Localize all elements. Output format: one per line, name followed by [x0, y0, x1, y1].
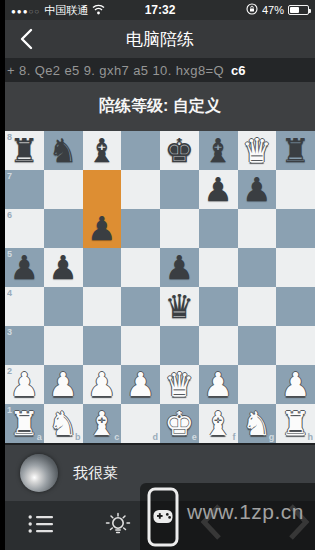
piece-white-pawn: ♟	[83, 365, 122, 404]
square-a7[interactable]: 7	[5, 170, 44, 209]
square-c5[interactable]	[83, 248, 122, 287]
lightbulb-icon	[103, 509, 133, 543]
square-f2[interactable]: ♟	[199, 365, 238, 404]
piece-black-pawn: ♟	[44, 248, 83, 287]
square-b3[interactable]	[44, 326, 83, 365]
square-e7[interactable]	[160, 170, 199, 209]
piece-black-bishop: ♝	[199, 131, 238, 170]
square-d5[interactable]	[121, 248, 160, 287]
rank-label-6: 6	[7, 211, 12, 220]
piece-white-bishop: ♝	[83, 404, 122, 443]
nav-bar: 电脑陪练	[5, 20, 315, 58]
square-d1[interactable]: d	[121, 404, 160, 443]
square-d7[interactable]	[121, 170, 160, 209]
player-name: 我很菜	[73, 464, 118, 483]
carrier-label: 中国联通	[44, 3, 88, 18]
square-e4[interactable]: ♛	[160, 287, 199, 326]
status-bar: ●●●○○ 中国联通 17:32 47%	[5, 0, 315, 20]
square-f8[interactable]: ♝	[199, 131, 238, 170]
square-f7[interactable]: ♟	[199, 170, 238, 209]
square-e3[interactable]	[160, 326, 199, 365]
square-e5[interactable]: ♟	[160, 248, 199, 287]
hint-button[interactable]	[98, 501, 138, 550]
square-e6[interactable]	[160, 209, 199, 248]
piece-black-rook: ♜	[276, 131, 315, 170]
square-g5[interactable]	[238, 248, 277, 287]
square-g1[interactable]: g♞	[238, 404, 277, 443]
piece-white-pawn: ♟	[5, 365, 44, 404]
piece-white-pawn: ♟	[276, 365, 315, 404]
square-h2[interactable]: ♟	[276, 365, 315, 404]
piece-black-bishop: ♝	[83, 131, 122, 170]
level-label: 陪练等级: 自定义	[99, 96, 221, 117]
app-screen: ●●●○○ 中国联通 17:32 47% 电脑陪练 + 8. Qe2 e5 9.…	[5, 0, 315, 550]
square-b4[interactable]	[44, 287, 83, 326]
square-b8[interactable]: ♞	[44, 131, 83, 170]
battery-percent-label: 47%	[262, 4, 284, 16]
square-b1[interactable]: b♞	[44, 404, 83, 443]
current-move: c6	[231, 63, 245, 78]
back-button[interactable]	[13, 26, 39, 52]
square-a8[interactable]: 8♜	[5, 131, 44, 170]
piece-white-king: ♚	[160, 404, 199, 443]
piece-white-pawn: ♟	[121, 365, 160, 404]
square-c2[interactable]: ♟	[83, 365, 122, 404]
square-h4[interactable]	[276, 287, 315, 326]
square-a1[interactable]: 1a♜	[5, 404, 44, 443]
piece-black-pawn: ♟	[199, 170, 238, 209]
square-a3[interactable]: 3	[5, 326, 44, 365]
square-a5[interactable]: 5♟	[5, 248, 44, 287]
square-b6[interactable]	[44, 209, 83, 248]
move-list[interactable]: + 8. Qe2 e5 9. gxh7 a5 10. hxg8=Q c6	[5, 58, 315, 82]
signal-strength-icon: ●●●○○	[11, 4, 40, 16]
square-c3[interactable]	[83, 326, 122, 365]
watermark-text: www.1zp.cn	[187, 500, 315, 524]
square-e2[interactable]: ♛	[160, 365, 199, 404]
square-d4[interactable]	[121, 287, 160, 326]
square-f6[interactable]	[199, 209, 238, 248]
square-h6[interactable]	[276, 209, 315, 248]
move-history: + 8. Qe2 e5 9. gxh7 a5 10. hxg8=Q	[7, 63, 224, 78]
square-c8[interactable]: ♝	[83, 131, 122, 170]
rank-label-4: 4	[7, 289, 12, 298]
square-h8[interactable]: ♜	[276, 131, 315, 170]
square-c1[interactable]: c♝	[83, 404, 122, 443]
square-g3[interactable]	[238, 326, 277, 365]
square-c7[interactable]	[83, 170, 122, 209]
square-b5[interactable]: ♟	[44, 248, 83, 287]
rank-label-3: 3	[7, 328, 12, 337]
square-g6[interactable]	[238, 209, 277, 248]
square-g8[interactable]: ♛	[238, 131, 277, 170]
square-h3[interactable]	[276, 326, 315, 365]
square-g4[interactable]	[238, 287, 277, 326]
square-f1[interactable]: f♝	[199, 404, 238, 443]
piece-black-pawn: ♟	[160, 248, 199, 287]
list-icon	[28, 514, 54, 538]
square-h1[interactable]: h♜	[276, 404, 315, 443]
piece-black-knight: ♞	[44, 131, 83, 170]
battery-icon	[288, 5, 309, 15]
piece-white-rook: ♜	[276, 404, 315, 443]
square-f3[interactable]	[199, 326, 238, 365]
square-e1[interactable]: e♚	[160, 404, 199, 443]
level-bar[interactable]: 陪练等级: 自定义	[5, 82, 315, 131]
piece-white-queen: ♛	[160, 365, 199, 404]
square-a4[interactable]: 4	[5, 287, 44, 326]
square-e8[interactable]: ♚	[160, 131, 199, 170]
piece-black-pawn: ♟	[238, 170, 277, 209]
square-b7[interactable]	[44, 170, 83, 209]
square-d2[interactable]: ♟	[121, 365, 160, 404]
square-d6[interactable]	[121, 209, 160, 248]
square-h5[interactable]	[276, 248, 315, 287]
square-a2[interactable]: 2♟	[5, 365, 44, 404]
square-g7[interactable]: ♟	[238, 170, 277, 209]
piece-black-queen: ♛	[160, 287, 199, 326]
player-avatar[interactable]	[20, 454, 58, 492]
piece-white-knight: ♞	[44, 404, 83, 443]
square-g2[interactable]	[238, 365, 277, 404]
square-h7[interactable]	[276, 170, 315, 209]
square-c4[interactable]	[83, 287, 122, 326]
piece-black-pawn: ♟	[5, 248, 44, 287]
move-list-button[interactable]	[21, 501, 61, 550]
page-title: 电脑陪练	[126, 28, 194, 51]
piece-white-queen: ♛	[238, 131, 277, 170]
piece-black-king: ♚	[160, 131, 199, 170]
square-a6[interactable]: 6	[5, 209, 44, 248]
square-c6[interactable]: ♟	[83, 209, 122, 248]
square-d3[interactable]	[121, 326, 160, 365]
phone-gamepad-icon	[147, 487, 179, 550]
piece-white-pawn: ♟	[199, 365, 238, 404]
square-b2[interactable]: ♟	[44, 365, 83, 404]
piece-black-pawn: ♟	[83, 209, 122, 248]
piece-white-bishop: ♝	[199, 404, 238, 443]
rank-label-7: 7	[7, 172, 12, 181]
square-f5[interactable]	[199, 248, 238, 287]
piece-black-rook: ♜	[5, 131, 44, 170]
piece-white-rook: ♜	[5, 404, 44, 443]
watermark: www.1zp.cn	[140, 483, 315, 550]
piece-white-pawn: ♟	[44, 365, 83, 404]
chess-board: 8♜♞♝♚♝♛♜7♟♟6♟5♟♟♟4♛32♟♟♟♟♛♟♟1a♜b♞c♝de♚f♝…	[5, 131, 315, 443]
wifi-icon	[92, 4, 105, 17]
square-f4[interactable]	[199, 287, 238, 326]
piece-white-knight: ♞	[238, 404, 277, 443]
square-d8[interactable]	[121, 131, 160, 170]
rotation-lock-icon	[246, 3, 258, 17]
file-label-d: d	[153, 433, 159, 442]
